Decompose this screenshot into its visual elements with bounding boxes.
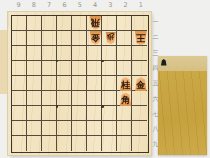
rank-label: 二 [152, 30, 160, 45]
piece-glyph: 桂 [121, 79, 130, 92]
sente-hand-pieces [158, 71, 207, 155]
board-cell[interactable] [132, 61, 147, 76]
board-cell[interactable] [42, 76, 57, 91]
board-cell[interactable] [27, 16, 42, 31]
board-cell[interactable] [87, 76, 102, 91]
board-cell[interactable] [12, 91, 27, 106]
board-cell[interactable] [72, 46, 87, 61]
gote-komadai-cropped [0, 30, 8, 94]
board-cell[interactable] [102, 136, 117, 151]
shogi-app: 987654321 一二三四五六七八九 飛金歩王桂金角 [0, 0, 210, 158]
board-cell[interactable] [132, 91, 147, 106]
board-cell[interactable] [87, 121, 102, 136]
board-cell[interactable] [117, 106, 132, 121]
hoshi-dot [101, 105, 104, 108]
board-cell[interactable] [27, 121, 42, 136]
board-cell[interactable] [12, 61, 27, 76]
board-cell[interactable] [12, 106, 27, 121]
board-cell[interactable] [27, 76, 42, 91]
board-cell[interactable] [102, 46, 117, 61]
board-cell[interactable] [132, 46, 147, 61]
board-cell[interactable] [102, 91, 117, 106]
file-label: 3 [103, 1, 118, 10]
board-cell[interactable] [102, 121, 117, 136]
board-cell[interactable] [132, 121, 147, 136]
board-cell[interactable] [12, 31, 27, 46]
board-cell[interactable] [87, 136, 102, 151]
board-cell[interactable] [42, 16, 57, 31]
file-label: 5 [72, 1, 87, 10]
board-cell[interactable] [57, 76, 72, 91]
board-cell[interactable] [57, 31, 72, 46]
board-cell[interactable] [72, 31, 87, 46]
board-cell[interactable] [72, 136, 87, 151]
board-cell[interactable] [72, 121, 87, 136]
board-cell[interactable] [57, 136, 72, 151]
board-cell[interactable] [57, 16, 72, 31]
board-cell[interactable] [87, 61, 102, 76]
board-cell[interactable] [42, 46, 57, 61]
sente-komadai [158, 56, 207, 155]
board-cell[interactable] [27, 106, 42, 121]
board-cell[interactable] [72, 76, 87, 91]
board-cell[interactable] [117, 61, 132, 76]
board-cell[interactable] [42, 91, 57, 106]
rank-label: 一 [152, 15, 160, 30]
board-cell[interactable] [72, 16, 87, 31]
board-cell[interactable] [27, 91, 42, 106]
board-cell[interactable] [117, 121, 132, 136]
board-cell[interactable] [27, 136, 42, 151]
board-cell[interactable] [57, 61, 72, 76]
piece-glyph: 王 [136, 31, 146, 44]
board-cell[interactable] [87, 106, 102, 121]
board-cell[interactable] [117, 46, 132, 61]
board-cell[interactable] [27, 61, 42, 76]
board-cell[interactable] [72, 61, 87, 76]
file-labels: 987654321 [11, 1, 149, 10]
board-cell[interactable] [132, 16, 147, 31]
board-cell[interactable] [102, 76, 117, 91]
board-cell[interactable] [117, 136, 132, 151]
board-cell[interactable] [27, 31, 42, 46]
black-piece-icon [161, 59, 167, 66]
board-cell[interactable] [132, 106, 147, 121]
hoshi-dot [56, 105, 59, 108]
board-cell[interactable] [57, 91, 72, 106]
file-label: 7 [42, 1, 57, 10]
board-cell[interactable] [87, 91, 102, 106]
board-cell[interactable] [12, 136, 27, 151]
board-cell[interactable] [12, 121, 27, 136]
board-cell[interactable] [12, 76, 27, 91]
board-cell[interactable] [117, 16, 132, 31]
board-cell[interactable] [12, 46, 27, 61]
board-cell[interactable] [102, 16, 117, 31]
file-label: 4 [87, 1, 102, 10]
sente-komadai-header [158, 56, 207, 71]
piece-glyph: 飛 [91, 15, 100, 28]
file-label: 2 [118, 1, 133, 10]
file-label: 9 [11, 1, 26, 10]
board-cell[interactable] [102, 106, 117, 121]
board-cell[interactable] [117, 31, 132, 46]
board-cell[interactable] [42, 136, 57, 151]
board-cell[interactable] [42, 106, 57, 121]
board-cell[interactable] [42, 121, 57, 136]
shogi-board: 飛金歩王桂金角 [8, 12, 151, 155]
board-cell[interactable] [57, 46, 72, 61]
hoshi-dot [101, 60, 104, 63]
piece-glyph: 金 [91, 31, 100, 44]
board-cell[interactable] [72, 106, 87, 121]
board-cell[interactable] [57, 121, 72, 136]
piece-glyph: 金 [136, 79, 145, 92]
file-label: 6 [57, 1, 72, 10]
piece-glyph: 角 [121, 94, 130, 107]
board-cell[interactable] [87, 46, 102, 61]
board-cell[interactable] [27, 46, 42, 61]
board-cell[interactable] [72, 91, 87, 106]
file-label: 8 [26, 1, 41, 10]
board-cell[interactable] [12, 16, 27, 31]
file-label: 1 [133, 1, 148, 10]
board-cell[interactable] [57, 106, 72, 121]
board-cell[interactable] [42, 61, 57, 76]
piece-glyph: 歩 [106, 32, 114, 43]
board-cell[interactable] [102, 61, 117, 76]
board-cell[interactable] [42, 31, 57, 46]
board-cell[interactable] [132, 136, 147, 151]
